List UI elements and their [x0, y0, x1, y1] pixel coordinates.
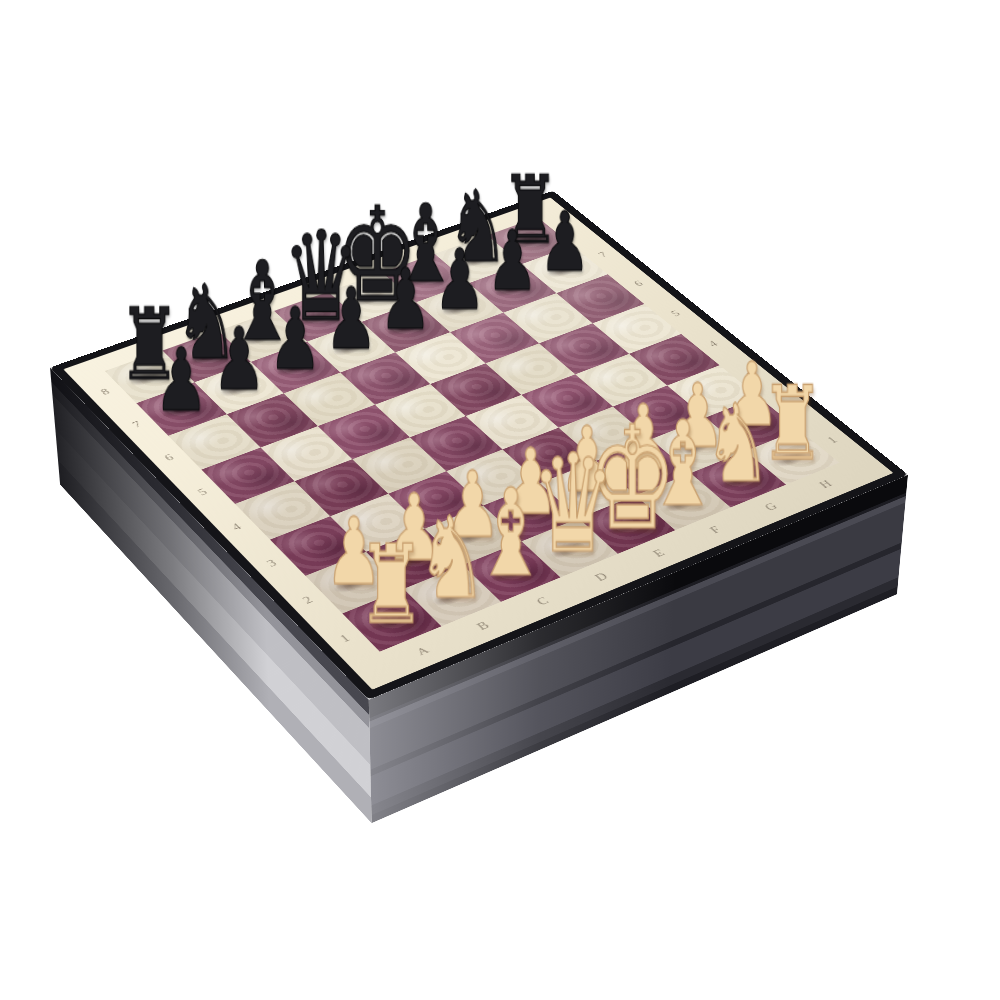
- product-photo: ♜♞♝♛♚♝♞♜♟♟♟♟♟♟♟♟♟♟♟♟♟♟♟♟♜♞♝♛♚♝♞♜ 8765432…: [0, 0, 1000, 1000]
- scene: ♜♞♝♛♚♝♞♜♟♟♟♟♟♟♟♟♟♟♟♟♟♟♟♟♜♞♝♛♚♝♞♜ 8765432…: [0, 0, 1000, 1000]
- chess-case: ♜♞♝♛♚♝♞♜♟♟♟♟♟♟♟♟♟♟♟♟♟♟♟♟♜♞♝♛♚♝♞♜ 8765432…: [50, 191, 908, 700]
